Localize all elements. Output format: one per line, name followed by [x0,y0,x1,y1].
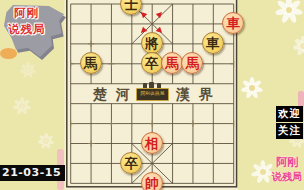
welcome-banner-line: 欢迎 [276,106,303,122]
welcome-banner[interactable]: 欢迎 关注 [276,106,303,140]
black-pawn-piece[interactable]: 卒 [141,52,163,74]
welcome-banner-line: 关注 [276,123,303,139]
black-horse-piece[interactable]: 馬 [80,52,102,74]
orange-flower-decor [0,48,17,59]
black-general-piece[interactable]: 將 [141,32,163,54]
channel-badge-text: 说残局 [8,22,46,37]
date-stamp: 21-03-15 [0,165,65,181]
river-label-right: 漢界 [175,86,222,102]
red-general-piece[interactable]: 帥 [141,172,163,190]
channel-badge-bottom-right: 阿刚 说残局 [272,155,302,184]
channel-badge-text: 阿刚 [272,155,302,170]
river-label-left: 楚河 [92,86,139,102]
river-watermark-banner: 阿刚说残局 [136,88,169,101]
video-frame: 楚河 漢界 阿刚说残局 士車將車馬卒馬馬相卒帥 阿刚 说残局 21-03-15 … [0,0,304,190]
red-elephant-piece[interactable]: 相 [141,132,163,154]
channel-badge-text: 说残局 [272,170,302,184]
channel-badge-text: 阿刚 [14,6,39,21]
